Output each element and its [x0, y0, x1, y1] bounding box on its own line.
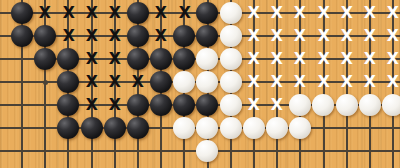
- intersection-c7r3[interactable]: [150, 48, 173, 71]
- intersection-c9r1[interactable]: [196, 2, 219, 25]
- white-territory-mark: X: [341, 52, 353, 67]
- intersection-c8r1[interactable]: X: [173, 2, 196, 25]
- white-territory-mark: X: [341, 6, 353, 21]
- intersection-c16r7[interactable]: [358, 140, 381, 163]
- intersection-c5r1[interactable]: X: [103, 2, 126, 25]
- intersection-c7r1[interactable]: X: [150, 2, 173, 25]
- intersection-c2r2[interactable]: [34, 25, 57, 48]
- black-territory-mark: X: [109, 29, 121, 44]
- white-stone: [266, 117, 288, 139]
- intersection-c13r2[interactable]: X: [289, 25, 312, 48]
- intersection-c5r2[interactable]: X: [103, 25, 126, 48]
- black-territory-mark: X: [178, 6, 190, 21]
- intersection-c4r5[interactable]: X: [80, 94, 103, 117]
- intersection-c16r3[interactable]: X: [358, 48, 381, 71]
- black-stone: [196, 94, 218, 116]
- black-territory-mark: X: [85, 98, 97, 113]
- intersection-c8r7[interactable]: [173, 140, 196, 163]
- intersection-c6r1[interactable]: [126, 2, 149, 25]
- intersection-c5r5[interactable]: X: [103, 94, 126, 117]
- black-stone: [127, 94, 149, 116]
- intersection-c9r4[interactable]: [196, 71, 219, 94]
- intersection-c12r1[interactable]: X: [265, 2, 288, 25]
- intersection-c3r1[interactable]: X: [57, 2, 80, 25]
- intersection-c12r7[interactable]: [265, 140, 288, 163]
- intersection-c14r6[interactable]: [312, 117, 335, 140]
- white-territory-mark: X: [317, 75, 329, 90]
- intersection-c14r3[interactable]: X: [312, 48, 335, 71]
- intersection-c10r6[interactable]: [219, 117, 242, 140]
- intersection-c11r7[interactable]: [242, 140, 265, 163]
- white-stone: [196, 71, 218, 93]
- intersection-c17r3[interactable]: X: [381, 48, 400, 71]
- intersection-c5r4[interactable]: X: [103, 71, 126, 94]
- black-stone: [11, 25, 33, 47]
- intersection-c16r4[interactable]: X: [358, 71, 381, 94]
- intersection-c11r1[interactable]: X: [242, 2, 265, 25]
- intersection-c15r2[interactable]: X: [335, 25, 358, 48]
- intersection-c14r1[interactable]: X: [312, 2, 335, 25]
- intersection-c6r2[interactable]: [126, 25, 149, 48]
- white-territory-mark: X: [294, 6, 306, 21]
- intersection-c9r6[interactable]: [196, 117, 219, 140]
- intersection-c1r7[interactable]: [10, 140, 33, 163]
- intersection-c12r4[interactable]: X: [265, 71, 288, 94]
- intersection-c1r6[interactable]: [10, 117, 33, 140]
- intersection-c7r7[interactable]: [150, 140, 173, 163]
- black-stone: [104, 117, 126, 139]
- black-territory-mark: X: [155, 6, 167, 21]
- intersection-c9r7[interactable]: [196, 140, 219, 163]
- white-stone: [173, 71, 195, 93]
- intersection-c6r5[interactable]: [126, 94, 149, 117]
- white-stone: [336, 94, 358, 116]
- white-territory-mark: X: [317, 6, 329, 21]
- white-territory-mark: X: [248, 6, 260, 21]
- intersection-c10r1[interactable]: [219, 2, 242, 25]
- white-territory-mark: X: [317, 52, 329, 67]
- intersection-c15r7[interactable]: [335, 140, 358, 163]
- white-stone: [196, 117, 218, 139]
- intersection-c15r3[interactable]: X: [335, 48, 358, 71]
- black-stone: [11, 2, 33, 24]
- white-stone: [243, 117, 265, 139]
- black-stone: [173, 48, 195, 70]
- intersection-c14r5[interactable]: [312, 94, 335, 117]
- white-stone: [289, 117, 311, 139]
- intersection-c13r5[interactable]: [289, 94, 312, 117]
- black-territory-mark: X: [39, 6, 51, 21]
- white-territory-mark: X: [364, 29, 376, 44]
- intersection-c4r1[interactable]: X: [80, 2, 103, 25]
- black-stone: [150, 48, 172, 70]
- black-stone: [34, 48, 56, 70]
- black-stone: [173, 94, 195, 116]
- white-territory-mark: X: [294, 75, 306, 90]
- intersection-c10r7[interactable]: [219, 140, 242, 163]
- intersection-c11r4[interactable]: X: [242, 71, 265, 94]
- white-territory-mark: X: [294, 52, 306, 67]
- intersection-c10r4[interactable]: [219, 71, 242, 94]
- intersection-c1r1[interactable]: [10, 2, 33, 25]
- white-territory-mark: X: [248, 29, 260, 44]
- intersection-c9r5[interactable]: [196, 94, 219, 117]
- go-board: XXXXXXXXXXXXXXXXXXXXXXXXXXXXXXXXXXXXXXXX…: [0, 0, 400, 168]
- intersection-c13r4[interactable]: X: [289, 71, 312, 94]
- intersection-c13r7[interactable]: [289, 140, 312, 163]
- intersection-c5r6[interactable]: [103, 117, 126, 140]
- black-stone: [196, 2, 218, 24]
- star-point: [43, 80, 48, 85]
- black-stone: [150, 71, 172, 93]
- intersection-c4r7[interactable]: [80, 140, 103, 163]
- white-territory-mark: X: [387, 52, 399, 67]
- white-stone: [289, 94, 311, 116]
- intersection-c14r2[interactable]: X: [312, 25, 335, 48]
- white-stone: [312, 94, 334, 116]
- white-stone: [220, 2, 242, 24]
- intersection-c1r3[interactable]: [10, 48, 33, 71]
- black-territory-mark: X: [132, 75, 144, 90]
- black-stone: [127, 48, 149, 70]
- white-stone: [196, 48, 218, 70]
- black-territory-mark: X: [85, 6, 97, 21]
- white-stone: [173, 117, 195, 139]
- white-territory-mark: X: [341, 75, 353, 90]
- intersection-c11r2[interactable]: X: [242, 25, 265, 48]
- intersection-c7r6[interactable]: [150, 117, 173, 140]
- intersection-c12r3[interactable]: X: [265, 48, 288, 71]
- intersection-c8r3[interactable]: [173, 48, 196, 71]
- intersection-c12r5[interactable]: X: [265, 94, 288, 117]
- intersection-c14r7[interactable]: [312, 140, 335, 163]
- intersection-c6r6[interactable]: [126, 117, 149, 140]
- intersection-c5r3[interactable]: X: [103, 48, 126, 71]
- intersection-c15r4[interactable]: X: [335, 71, 358, 94]
- intersection-c17r4[interactable]: X: [381, 71, 400, 94]
- intersection-c2r3[interactable]: [34, 48, 57, 71]
- white-territory-mark: X: [248, 98, 260, 113]
- intersection-c16r5[interactable]: [358, 94, 381, 117]
- intersection-c6r4[interactable]: X: [126, 71, 149, 94]
- black-territory-mark: X: [85, 52, 97, 67]
- intersection-c4r2[interactable]: X: [80, 25, 103, 48]
- intersection-c1r5[interactable]: [10, 94, 33, 117]
- intersection-c17r6[interactable]: [381, 117, 400, 140]
- black-stone: [127, 117, 149, 139]
- intersection-c9r2[interactable]: [196, 25, 219, 48]
- black-stone: [81, 117, 103, 139]
- intersection-c17r1[interactable]: X: [381, 2, 400, 25]
- intersection-c8r4[interactable]: [173, 71, 196, 94]
- intersection-c2r1[interactable]: X: [34, 2, 57, 25]
- intersection-c16r6[interactable]: [358, 117, 381, 140]
- go-diagram: XXXXXXXXXXXXXXXXXXXXXXXXXXXXXXXXXXXXXXXX…: [0, 0, 400, 168]
- white-territory-mark: X: [364, 75, 376, 90]
- white-territory-mark: X: [364, 6, 376, 21]
- intersection-c4r3[interactable]: X: [80, 48, 103, 71]
- intersection-c3r4[interactable]: [57, 71, 80, 94]
- white-territory-mark: X: [271, 6, 283, 21]
- black-territory-mark: X: [62, 29, 74, 44]
- white-territory-mark: X: [364, 52, 376, 67]
- white-stone: [220, 25, 242, 47]
- intersection-c13r1[interactable]: X: [289, 2, 312, 25]
- intersection-c12r2[interactable]: X: [265, 25, 288, 48]
- white-territory-mark: X: [294, 29, 306, 44]
- black-stone: [57, 117, 79, 139]
- intersection-c2r4[interactable]: [34, 71, 57, 94]
- black-stone: [127, 25, 149, 47]
- intersection-c13r3[interactable]: X: [289, 48, 312, 71]
- white-stone: [196, 140, 218, 162]
- black-territory-mark: X: [85, 29, 97, 44]
- intersection-c6r7[interactable]: [126, 140, 149, 163]
- intersection-c7r5[interactable]: [150, 94, 173, 117]
- intersection-c2r7[interactable]: [34, 140, 57, 163]
- black-territory-mark: X: [109, 98, 121, 113]
- white-territory-mark: X: [317, 29, 329, 44]
- white-territory-mark: X: [387, 6, 399, 21]
- intersection-c15r5[interactable]: [335, 94, 358, 117]
- white-territory-mark: X: [341, 29, 353, 44]
- white-stone: [220, 71, 242, 93]
- intersection-c10r2[interactable]: [219, 25, 242, 48]
- black-territory-mark: X: [155, 29, 167, 44]
- black-stone: [196, 25, 218, 47]
- intersection-c12r6[interactable]: [265, 117, 288, 140]
- board-grid: XXXXXXXXXXXXXXXXXXXXXXXXXXXXXXXXXXXXXXXX…: [10, 2, 400, 163]
- black-stone: [57, 94, 79, 116]
- intersection-c16r2[interactable]: X: [358, 25, 381, 48]
- black-stone: [57, 48, 79, 70]
- black-stone: [150, 94, 172, 116]
- black-stone: [34, 25, 56, 47]
- black-territory-mark: X: [85, 75, 97, 90]
- black-stone: [127, 2, 149, 24]
- black-stone: [57, 71, 79, 93]
- white-stone: [220, 117, 242, 139]
- intersection-c2r6[interactable]: [34, 117, 57, 140]
- intersection-c3r5[interactable]: [57, 94, 80, 117]
- intersection-c3r3[interactable]: [57, 48, 80, 71]
- intersection-c17r7[interactable]: [381, 140, 400, 163]
- intersection-c6r3[interactable]: [126, 48, 149, 71]
- intersection-c8r5[interactable]: [173, 94, 196, 117]
- intersection-c1r4[interactable]: [10, 71, 33, 94]
- intersection-c4r6[interactable]: [80, 117, 103, 140]
- white-stone: [382, 94, 400, 116]
- intersection-c3r7[interactable]: [57, 140, 80, 163]
- white-stone: [220, 94, 242, 116]
- intersection-c8r2[interactable]: [173, 25, 196, 48]
- intersection-c11r3[interactable]: X: [242, 48, 265, 71]
- intersection-c7r2[interactable]: X: [150, 25, 173, 48]
- intersection-c9r3[interactable]: [196, 48, 219, 71]
- black-territory-mark: X: [109, 75, 121, 90]
- intersection-c16r1[interactable]: X: [358, 2, 381, 25]
- intersection-c10r5[interactable]: [219, 94, 242, 117]
- white-territory-mark: X: [271, 75, 283, 90]
- intersection-c14r4[interactable]: X: [312, 71, 335, 94]
- intersection-c2r5[interactable]: [34, 94, 57, 117]
- white-territory-mark: X: [387, 75, 399, 90]
- black-stone: [173, 25, 195, 47]
- white-territory-mark: X: [271, 29, 283, 44]
- intersection-c3r2[interactable]: X: [57, 25, 80, 48]
- intersection-c17r5[interactable]: [381, 94, 400, 117]
- intersection-c15r1[interactable]: X: [335, 2, 358, 25]
- white-territory-mark: X: [271, 98, 283, 113]
- intersection-c10r3[interactable]: [219, 48, 242, 71]
- intersection-c3r6[interactable]: [57, 117, 80, 140]
- intersection-c17r2[interactable]: X: [381, 25, 400, 48]
- intersection-c11r5[interactable]: X: [242, 94, 265, 117]
- intersection-c1r2[interactable]: [10, 25, 33, 48]
- intersection-c4r4[interactable]: X: [80, 71, 103, 94]
- intersection-c13r6[interactable]: [289, 117, 312, 140]
- white-territory-mark: X: [248, 75, 260, 90]
- black-territory-mark: X: [62, 6, 74, 21]
- white-stone: [359, 94, 381, 116]
- black-territory-mark: X: [109, 6, 121, 21]
- black-territory-mark: X: [109, 52, 121, 67]
- intersection-c8r6[interactable]: [173, 117, 196, 140]
- intersection-c15r6[interactable]: [335, 117, 358, 140]
- intersection-c7r4[interactable]: [150, 71, 173, 94]
- white-territory-mark: X: [271, 52, 283, 67]
- intersection-c5r7[interactable]: [103, 140, 126, 163]
- intersection-c11r6[interactable]: [242, 117, 265, 140]
- white-stone: [220, 48, 242, 70]
- white-territory-mark: X: [387, 29, 399, 44]
- white-territory-mark: X: [248, 52, 260, 67]
